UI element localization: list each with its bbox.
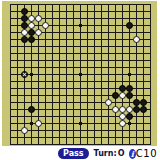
turn-indicator: Turn:O <box>94 149 125 158</box>
black-stone <box>21 8 28 15</box>
star-point <box>79 73 82 76</box>
black-stone <box>21 15 28 22</box>
status-bar: Pass Turn:O i C10 <box>0 147 160 160</box>
black-stone <box>21 22 28 29</box>
black-stone <box>126 85 133 92</box>
black-stone <box>119 85 126 92</box>
black-stone <box>28 29 35 36</box>
black-stone <box>140 106 147 113</box>
white-stone <box>112 106 119 113</box>
black-stone <box>126 92 133 99</box>
star-point <box>30 73 33 76</box>
white-stone <box>21 29 28 36</box>
white-stone <box>126 106 133 113</box>
white-stone <box>119 106 126 113</box>
star-point <box>30 122 33 125</box>
white-stone <box>35 29 42 36</box>
white-stone <box>35 15 42 22</box>
turn-player-symbol: O <box>118 149 125 158</box>
black-stone <box>28 106 35 113</box>
star-point <box>79 122 82 125</box>
coordinate-label: C10 <box>136 148 157 159</box>
black-stone <box>21 36 28 43</box>
star-point <box>79 24 82 27</box>
black-stone <box>112 92 119 99</box>
black-stone <box>126 113 133 120</box>
star-point <box>128 73 131 76</box>
black-stone <box>133 99 140 106</box>
black-stone <box>140 99 147 106</box>
go-board[interactable] <box>2 1 157 146</box>
white-stone <box>35 120 42 127</box>
black-stone <box>28 36 35 43</box>
star-point <box>128 122 131 125</box>
white-stone <box>28 22 35 29</box>
white-stone <box>21 127 28 134</box>
white-stone <box>105 99 112 106</box>
pass-button[interactable]: Pass <box>58 148 89 159</box>
white-stone <box>42 22 49 29</box>
white-stone <box>119 113 126 120</box>
go-app-window: Pass Turn:O i C10 <box>0 0 160 160</box>
white-stone <box>119 92 126 99</box>
last-move-black-stone <box>21 71 28 78</box>
turn-label: Turn: <box>94 149 117 158</box>
white-stone <box>133 36 140 43</box>
black-stone <box>126 22 133 29</box>
white-stone <box>119 120 126 127</box>
black-stone <box>133 106 140 113</box>
white-stone <box>28 15 35 22</box>
info-icon[interactable]: i <box>129 149 136 159</box>
